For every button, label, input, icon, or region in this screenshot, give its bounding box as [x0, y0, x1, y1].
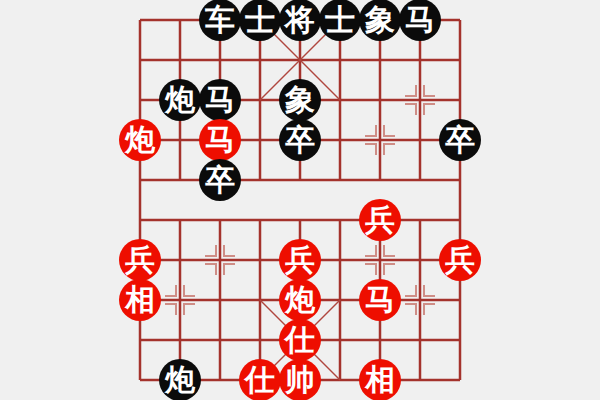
board-point[interactable]: [120, 40, 160, 80]
board-point[interactable]: 相: [360, 360, 400, 400]
board-point[interactable]: [360, 160, 400, 200]
point-marker-corner: [405, 285, 417, 297]
piece-black-soldier[interactable]: 卒: [279, 119, 321, 161]
board-point[interactable]: [360, 320, 400, 360]
board-point[interactable]: [400, 120, 440, 160]
board-point[interactable]: [120, 80, 160, 120]
xiangqi-board: 车士将士象马炮马象炮马卒卒卒兵兵兵兵相炮马仕炮仕帅相: [120, 0, 480, 400]
board-point[interactable]: [160, 200, 200, 240]
board-point[interactable]: 炮: [120, 120, 160, 160]
piece-black-cannon[interactable]: 炮: [159, 79, 201, 121]
piece-red-elephant[interactable]: 相: [119, 279, 161, 321]
piece-black-soldier[interactable]: 卒: [439, 119, 481, 161]
board-point[interactable]: 象: [280, 80, 320, 120]
board-point[interactable]: 炮: [160, 80, 200, 120]
piece-red-horse[interactable]: 马: [359, 279, 401, 321]
board-point[interactable]: 士: [320, 0, 360, 40]
point-marker-corner: [365, 245, 377, 257]
piece-red-advisor[interactable]: 仕: [279, 319, 321, 361]
board-point[interactable]: 兵: [360, 200, 400, 240]
point-marker-corner: [405, 103, 417, 115]
board-point[interactable]: [320, 280, 360, 320]
board-point[interactable]: 炮: [280, 280, 320, 320]
board-point[interactable]: [200, 240, 240, 280]
board-point[interactable]: 兵: [120, 240, 160, 280]
piece-black-horse[interactable]: 马: [399, 0, 441, 41]
board-point[interactable]: [320, 240, 360, 280]
piece-red-soldier[interactable]: 兵: [359, 199, 401, 241]
point-marker-corner: [423, 85, 435, 97]
board-point[interactable]: 兵: [280, 240, 320, 280]
board-point[interactable]: 车: [200, 0, 240, 40]
point-marker: [163, 283, 197, 317]
board-point[interactable]: [160, 120, 200, 160]
board-point[interactable]: [200, 40, 240, 80]
piece-black-horse[interactable]: 马: [199, 79, 241, 121]
board-point[interactable]: 士: [240, 0, 280, 40]
board-point[interactable]: [200, 280, 240, 320]
piece-black-soldier[interactable]: 卒: [199, 159, 241, 201]
piece-red-horse[interactable]: 马: [199, 119, 241, 161]
board-point[interactable]: [200, 320, 240, 360]
piece-red-soldier[interactable]: 兵: [119, 239, 161, 281]
board-point[interactable]: [160, 0, 200, 40]
piece-red-general[interactable]: 帅: [279, 359, 321, 400]
board-point[interactable]: [320, 360, 360, 400]
piece-red-cannon[interactable]: 炮: [119, 119, 161, 161]
board-point[interactable]: [160, 280, 200, 320]
point-marker-corner: [383, 263, 395, 275]
board-point[interactable]: [400, 240, 440, 280]
piece-black-advisor[interactable]: 士: [239, 0, 281, 41]
board-point[interactable]: 卒: [280, 120, 320, 160]
piece-black-general[interactable]: 将: [279, 0, 321, 41]
board-point[interactable]: 仕: [240, 360, 280, 400]
board-point[interactable]: [400, 280, 440, 320]
board-point[interactable]: [240, 40, 280, 80]
board-point[interactable]: [280, 40, 320, 80]
point-marker-corner: [423, 103, 435, 115]
board-point[interactable]: [120, 200, 160, 240]
board-point[interactable]: [240, 80, 280, 120]
piece-red-elephant[interactable]: 相: [359, 359, 401, 400]
board-point[interactable]: [440, 80, 480, 120]
board-point[interactable]: [400, 360, 440, 400]
board-point[interactable]: 相: [120, 280, 160, 320]
board-point[interactable]: 马: [200, 80, 240, 120]
point-marker-corner: [383, 143, 395, 155]
point-marker-corner: [383, 125, 395, 137]
point-marker-corner: [205, 263, 217, 275]
piece-black-cannon[interactable]: 炮: [159, 359, 201, 400]
board-point[interactable]: [400, 200, 440, 240]
board-point[interactable]: 将: [280, 0, 320, 40]
point-marker: [363, 243, 397, 277]
piece-red-cannon[interactable]: 炮: [279, 279, 321, 321]
board-point[interactable]: [360, 40, 400, 80]
board-point[interactable]: 象: [360, 0, 400, 40]
board-point[interactable]: [400, 320, 440, 360]
board-point[interactable]: [440, 0, 480, 40]
piece-black-elephant[interactable]: 象: [279, 79, 321, 121]
board-point[interactable]: [160, 40, 200, 80]
board-point[interactable]: [440, 360, 480, 400]
point-marker: [403, 283, 437, 317]
piece-red-advisor[interactable]: 仕: [239, 359, 281, 400]
board-point[interactable]: 兵: [440, 240, 480, 280]
board-point[interactable]: [160, 320, 200, 360]
board-point[interactable]: [320, 120, 360, 160]
point-marker-corner: [183, 303, 195, 315]
board-point[interactable]: 卒: [440, 120, 480, 160]
board-point[interactable]: [200, 360, 240, 400]
board-point[interactable]: 卒: [200, 160, 240, 200]
board-point[interactable]: [280, 160, 320, 200]
board-point[interactable]: [240, 240, 280, 280]
board-point[interactable]: [160, 160, 200, 200]
board-point[interactable]: [400, 40, 440, 80]
point-marker-corner: [365, 143, 377, 155]
point-marker: [363, 123, 397, 157]
board-point[interactable]: [440, 160, 480, 200]
xiangqi-app: 车士将士象马炮马象炮马卒卒卒兵兵兵兵相炮马仕炮仕帅相: [0, 0, 600, 400]
board-point[interactable]: [120, 320, 160, 360]
board-point[interactable]: [280, 200, 320, 240]
board-point[interactable]: [360, 80, 400, 120]
point-marker-corner: [183, 285, 195, 297]
point-marker-corner: [405, 303, 417, 315]
point-marker-corner: [223, 263, 235, 275]
board-point[interactable]: [440, 40, 480, 80]
point-marker: [203, 243, 237, 277]
board-point[interactable]: [240, 160, 280, 200]
board-point[interactable]: [160, 240, 200, 280]
board-point[interactable]: [320, 160, 360, 200]
board-point[interactable]: [240, 320, 280, 360]
point-marker-corner: [365, 263, 377, 275]
board-point[interactable]: [320, 320, 360, 360]
point-marker-corner: [165, 285, 177, 297]
piece-red-soldier[interactable]: 兵: [439, 239, 481, 281]
point-marker-corner: [423, 303, 435, 315]
point-marker-corner: [223, 245, 235, 257]
board-point[interactable]: 炮: [160, 360, 200, 400]
board-point[interactable]: 帅: [280, 360, 320, 400]
board-point[interactable]: [440, 280, 480, 320]
board-point[interactable]: [320, 200, 360, 240]
board-point[interactable]: [400, 160, 440, 200]
point-marker-corner: [383, 245, 395, 257]
board-point[interactable]: [360, 120, 400, 160]
point-marker-corner: [165, 303, 177, 315]
board-point[interactable]: 仕: [280, 320, 320, 360]
board-point[interactable]: [440, 200, 480, 240]
board-point[interactable]: [240, 280, 280, 320]
board-point[interactable]: 马: [200, 120, 240, 160]
point-marker-corner: [205, 245, 217, 257]
board-point[interactable]: [320, 80, 360, 120]
board-point[interactable]: 马: [400, 0, 440, 40]
piece-black-elephant[interactable]: 象: [359, 0, 401, 41]
point-marker: [403, 83, 437, 117]
board-point[interactable]: [360, 240, 400, 280]
board-point[interactable]: 马: [360, 280, 400, 320]
board-point[interactable]: [440, 320, 480, 360]
board-point[interactable]: [120, 360, 160, 400]
board-point[interactable]: [200, 200, 240, 240]
point-marker-corner: [405, 85, 417, 97]
point-marker-corner: [365, 125, 377, 137]
board-point[interactable]: [320, 40, 360, 80]
board-point[interactable]: [400, 80, 440, 120]
piece-red-soldier[interactable]: 兵: [279, 239, 321, 281]
board-point[interactable]: [240, 200, 280, 240]
point-marker-corner: [423, 285, 435, 297]
piece-black-chariot[interactable]: 车: [199, 0, 241, 41]
board-point[interactable]: [240, 120, 280, 160]
board-point[interactable]: [120, 160, 160, 200]
piece-black-advisor[interactable]: 士: [319, 0, 361, 41]
board-point[interactable]: [120, 0, 160, 40]
